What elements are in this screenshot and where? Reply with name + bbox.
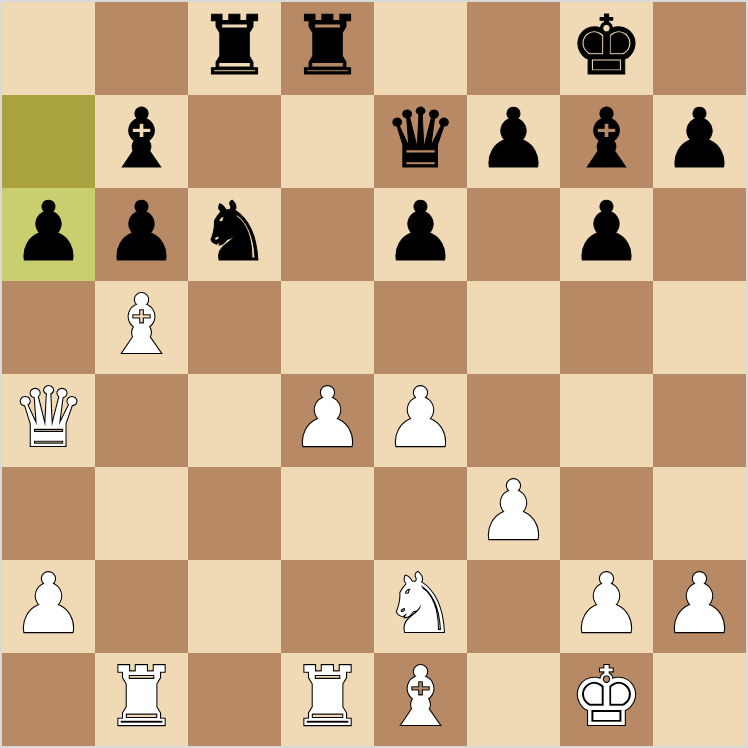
square-g4[interactable] [560,374,653,467]
square-e7[interactable]: ♛ [374,95,467,188]
square-g7[interactable]: ♝ [560,95,653,188]
square-b4[interactable] [95,374,188,467]
square-e1[interactable]: ♝ [374,653,467,746]
square-g2[interactable]: ♟ [560,560,653,653]
square-g6[interactable]: ♟ [560,188,653,281]
black-king[interactable]: ♚ [570,5,644,87]
square-c6[interactable]: ♞ [188,188,281,281]
square-d1[interactable]: ♜ [281,653,374,746]
square-b1[interactable]: ♜ [95,653,188,746]
square-e5[interactable] [374,281,467,374]
white-rook[interactable]: ♜ [105,656,179,738]
black-pawn[interactable]: ♟ [663,98,737,180]
white-queen[interactable]: ♛ [12,377,86,459]
square-b5[interactable]: ♝ [95,281,188,374]
black-queen[interactable]: ♛ [384,98,458,180]
black-rook[interactable]: ♜ [198,5,272,87]
square-a3[interactable] [2,467,95,560]
square-c4[interactable] [188,374,281,467]
black-pawn[interactable]: ♟ [570,191,644,273]
square-b8[interactable] [95,2,188,95]
square-h3[interactable] [653,467,746,560]
square-c3[interactable] [188,467,281,560]
square-a1[interactable] [2,653,95,746]
white-pawn[interactable]: ♟ [384,377,458,459]
square-h4[interactable] [653,374,746,467]
square-c5[interactable] [188,281,281,374]
square-e2[interactable]: ♞ [374,560,467,653]
white-king[interactable]: ♚ [570,656,644,738]
white-pawn[interactable]: ♟ [477,470,551,552]
square-f2[interactable] [467,560,560,653]
square-d6[interactable] [281,188,374,281]
square-a8[interactable] [2,2,95,95]
square-b7[interactable]: ♝ [95,95,188,188]
chess-board: ♜♜♚♝♛♟♝♟♟♟♞♟♟♝♛♟♟♟♟♞♟♟♜♜♝♚ [2,2,746,746]
square-c8[interactable]: ♜ [188,2,281,95]
square-b2[interactable] [95,560,188,653]
square-h7[interactable]: ♟ [653,95,746,188]
black-pawn[interactable]: ♟ [105,191,179,273]
black-pawn[interactable]: ♟ [12,191,86,273]
square-g8[interactable]: ♚ [560,2,653,95]
square-e3[interactable] [374,467,467,560]
white-bishop[interactable]: ♝ [105,284,179,366]
square-e4[interactable]: ♟ [374,374,467,467]
square-h8[interactable] [653,2,746,95]
square-f3[interactable]: ♟ [467,467,560,560]
white-bishop[interactable]: ♝ [384,656,458,738]
square-h6[interactable] [653,188,746,281]
square-c1[interactable] [188,653,281,746]
white-pawn[interactable]: ♟ [570,563,644,645]
black-knight[interactable]: ♞ [198,191,272,273]
square-f7[interactable]: ♟ [467,95,560,188]
square-a5[interactable] [2,281,95,374]
square-f5[interactable] [467,281,560,374]
square-d3[interactable] [281,467,374,560]
square-e8[interactable] [374,2,467,95]
square-e6[interactable]: ♟ [374,188,467,281]
black-rook[interactable]: ♜ [291,5,365,87]
white-rook[interactable]: ♜ [291,656,365,738]
square-b6[interactable]: ♟ [95,188,188,281]
white-pawn[interactable]: ♟ [291,377,365,459]
square-h2[interactable]: ♟ [653,560,746,653]
square-a2[interactable]: ♟ [2,560,95,653]
square-d5[interactable] [281,281,374,374]
square-f6[interactable] [467,188,560,281]
black-bishop[interactable]: ♝ [570,98,644,180]
square-d4[interactable]: ♟ [281,374,374,467]
square-g3[interactable] [560,467,653,560]
square-f8[interactable] [467,2,560,95]
white-pawn[interactable]: ♟ [12,563,86,645]
square-h5[interactable] [653,281,746,374]
square-g5[interactable] [560,281,653,374]
black-bishop[interactable]: ♝ [105,98,179,180]
black-pawn[interactable]: ♟ [477,98,551,180]
square-d8[interactable]: ♜ [281,2,374,95]
square-a7[interactable] [2,95,95,188]
square-b3[interactable] [95,467,188,560]
black-pawn[interactable]: ♟ [384,191,458,273]
white-knight[interactable]: ♞ [384,563,458,645]
square-c2[interactable] [188,560,281,653]
chess-board-frame: ♜♜♚♝♛♟♝♟♟♟♞♟♟♝♛♟♟♟♟♞♟♟♜♜♝♚ [0,0,748,748]
square-d2[interactable] [281,560,374,653]
white-pawn[interactable]: ♟ [663,563,737,645]
square-a6[interactable]: ♟ [2,188,95,281]
square-h1[interactable] [653,653,746,746]
square-g1[interactable]: ♚ [560,653,653,746]
square-c7[interactable] [188,95,281,188]
square-f4[interactable] [467,374,560,467]
square-f1[interactable] [467,653,560,746]
square-d7[interactable] [281,95,374,188]
square-a4[interactable]: ♛ [2,374,95,467]
